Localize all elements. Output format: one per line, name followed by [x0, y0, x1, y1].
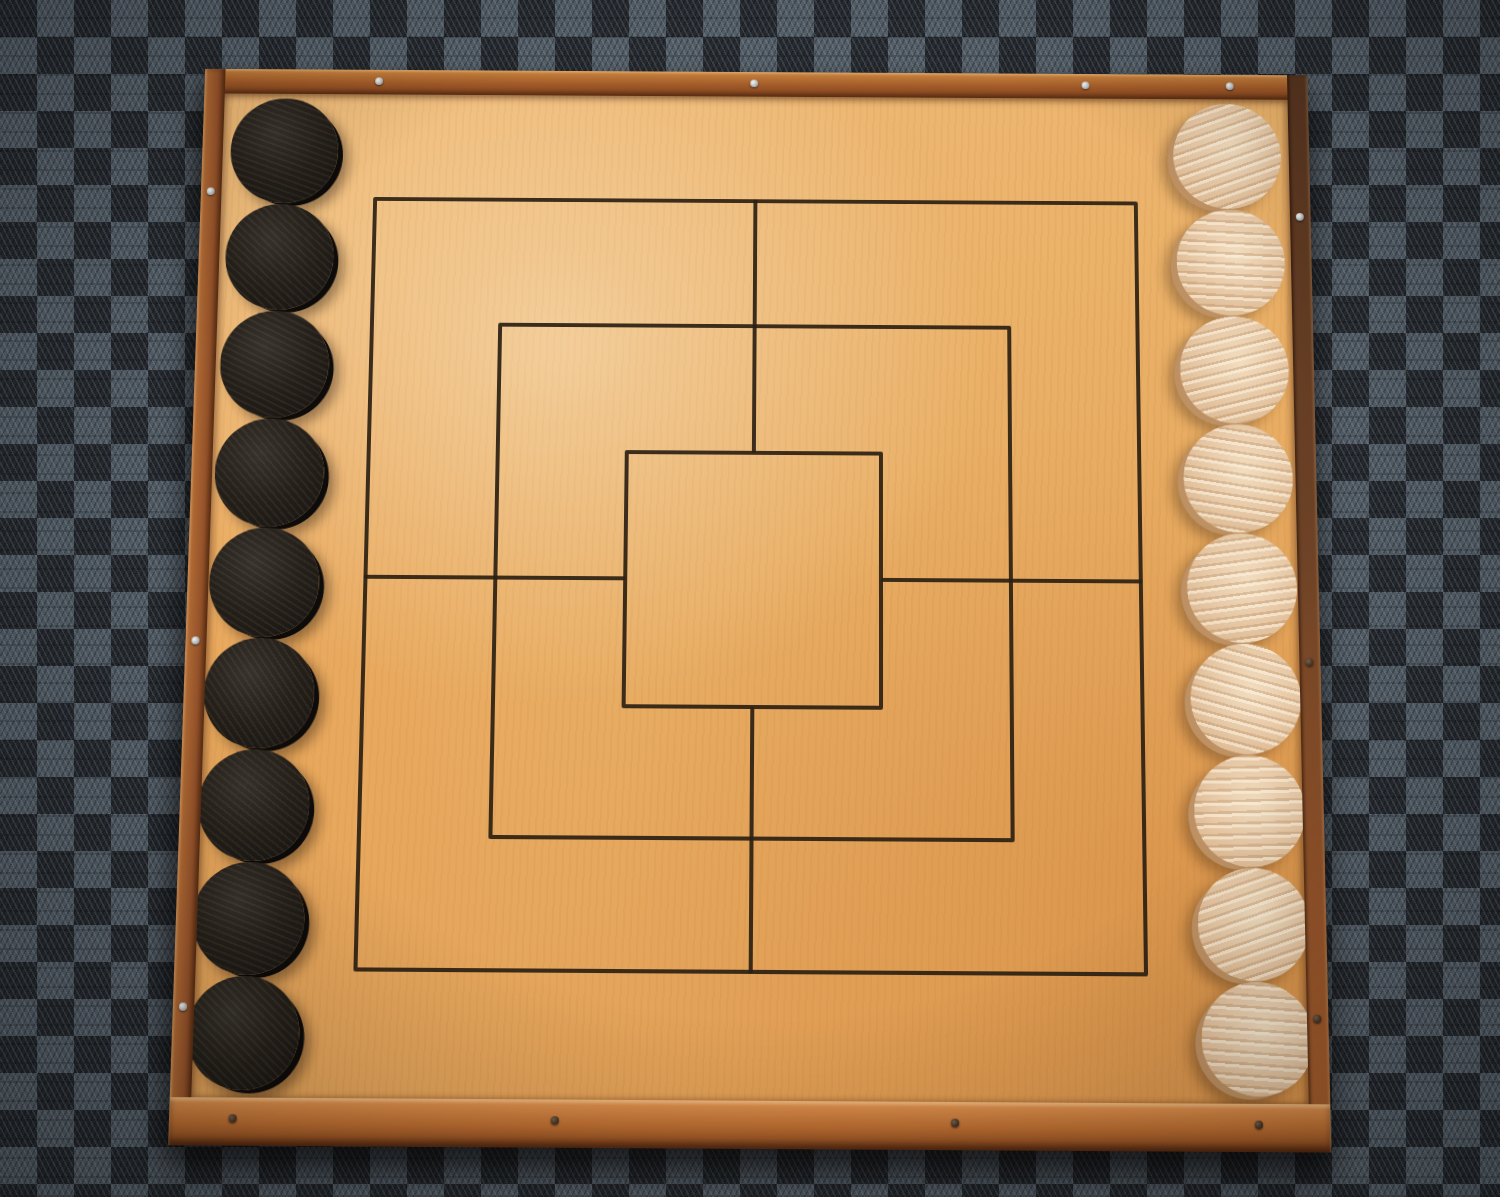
black-piece[interactable]: [202, 638, 316, 749]
nail-icon: [1305, 658, 1313, 666]
point-g1[interactable]: [1137, 965, 1156, 984]
nail-icon: [1255, 1121, 1263, 1129]
black-piece[interactable]: [224, 204, 335, 310]
nail-icon: [207, 187, 215, 195]
white-piece[interactable]: [1197, 868, 1311, 982]
nail-icon: [191, 636, 199, 644]
nail-icon: [951, 1119, 959, 1127]
frame-rail-bottom: [168, 1097, 1331, 1152]
point-g4[interactable]: [1132, 572, 1150, 590]
point-f6[interactable]: [1000, 319, 1018, 337]
nail-icon: [1313, 1015, 1321, 1023]
black-piece[interactable]: [185, 976, 301, 1091]
nail-icon: [750, 80, 758, 88]
point-e4[interactable]: [872, 571, 890, 589]
point-e5[interactable]: [872, 445, 890, 463]
point-a1[interactable]: [346, 960, 365, 979]
point-g7[interactable]: [1127, 195, 1145, 212]
point-d3[interactable]: [743, 698, 761, 716]
nail-icon: [1082, 82, 1090, 90]
white-piece[interactable]: [1193, 755, 1306, 867]
white-piece[interactable]: [1176, 209, 1286, 315]
point-f2[interactable]: [1003, 831, 1021, 849]
point-d2[interactable]: [742, 829, 760, 847]
point-d7[interactable]: [747, 193, 765, 210]
black-piece[interactable]: [191, 862, 306, 976]
black-piece[interactable]: [229, 98, 340, 203]
black-piece[interactable]: [218, 310, 330, 418]
black-piece[interactable]: [196, 749, 311, 861]
white-piece[interactable]: [1201, 982, 1316, 1097]
nail-icon: [228, 1114, 236, 1122]
scene: Wooden Nine Men's Morris board in starti…: [0, 0, 1500, 1197]
point-c5[interactable]: [618, 443, 636, 461]
morris-board: [168, 69, 1331, 1153]
point-c4[interactable]: [616, 569, 634, 587]
board-surface: [191, 93, 1309, 1104]
point-c3[interactable]: [614, 697, 632, 715]
black-piece[interactable]: [207, 527, 320, 637]
white-piece[interactable]: [1173, 104, 1282, 209]
inner-square-line: [622, 450, 883, 710]
point-d5[interactable]: [745, 444, 763, 462]
point-f4[interactable]: [1002, 572, 1020, 590]
nail-icon: [1296, 213, 1304, 221]
white-piece[interactable]: [1190, 644, 1303, 755]
white-piece[interactable]: [1183, 424, 1294, 533]
white-pieces-tray: [1167, 99, 1307, 1104]
nail-icon: [1226, 82, 1234, 90]
point-d6[interactable]: [746, 317, 764, 335]
black-piece[interactable]: [213, 418, 326, 527]
white-piece[interactable]: [1179, 316, 1290, 424]
morris-grid: [353, 197, 1148, 976]
nail-icon: [551, 1116, 559, 1124]
nail-icon: [179, 1002, 187, 1010]
nail-icon: [375, 77, 383, 85]
point-d1[interactable]: [741, 963, 759, 982]
white-piece[interactable]: [1186, 533, 1298, 643]
point-e3[interactable]: [872, 699, 890, 717]
